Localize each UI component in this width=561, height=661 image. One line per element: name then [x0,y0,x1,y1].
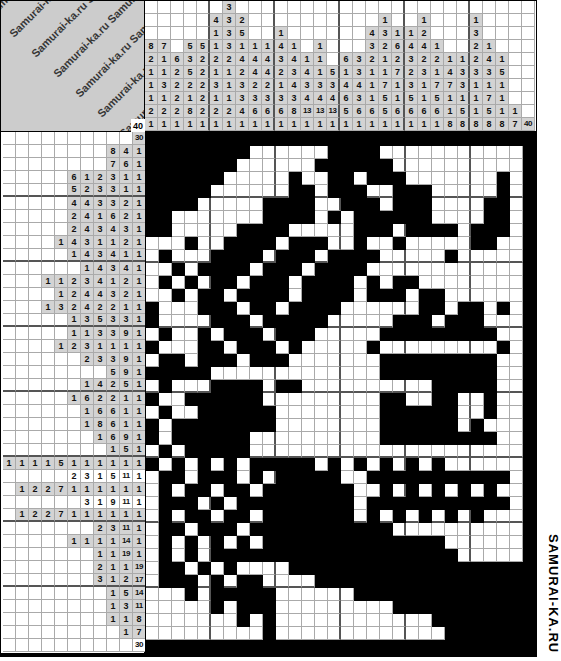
grid-cell-empty[interactable] [224,614,237,627]
grid-cell-filled[interactable] [406,367,419,380]
grid-cell-filled[interactable] [211,380,224,393]
grid-cell-filled[interactable] [159,536,172,549]
grid-cell-empty[interactable] [510,536,523,549]
grid-cell-filled[interactable] [172,471,185,484]
grid-cell-empty[interactable] [393,263,406,276]
grid-cell-empty[interactable] [263,146,276,159]
grid-cell-empty[interactable] [419,627,432,640]
grid-cell-filled[interactable] [484,601,497,614]
grid-cell-empty[interactable] [354,445,367,458]
grid-cell-filled[interactable] [328,185,341,198]
grid-cell-empty[interactable] [471,289,484,302]
grid-cell-filled[interactable] [276,289,289,302]
grid-cell-empty[interactable] [458,198,471,211]
grid-cell-filled[interactable] [276,549,289,562]
grid-cell-filled[interactable] [406,432,419,445]
grid-cell-filled[interactable] [523,445,536,458]
grid-cell-filled[interactable] [263,419,276,432]
grid-cell-filled[interactable] [471,614,484,627]
grid-cell-filled[interactable] [510,627,523,640]
grid-cell-empty[interactable] [146,588,159,601]
grid-cell-filled[interactable] [315,471,328,484]
grid-cell-empty[interactable] [341,406,354,419]
grid-cell-empty[interactable] [497,380,510,393]
grid-cell-filled[interactable] [393,406,406,419]
grid-cell-filled[interactable] [185,393,198,406]
grid-cell-empty[interactable] [367,406,380,419]
grid-cell-empty[interactable] [302,627,315,640]
grid-cell-empty[interactable] [198,276,211,289]
grid-cell-empty[interactable] [341,393,354,406]
grid-cell-filled[interactable] [289,497,302,510]
grid-cell-filled[interactable] [263,224,276,237]
grid-cell-empty[interactable] [471,146,484,159]
grid-cell-empty[interactable] [276,159,289,172]
grid-cell-empty[interactable] [302,419,315,432]
grid-cell-filled[interactable] [341,146,354,159]
grid-cell-filled[interactable] [471,328,484,341]
grid-cell-empty[interactable] [497,510,510,523]
grid-cell-filled[interactable] [484,614,497,627]
grid-cell-empty[interactable] [471,211,484,224]
grid-cell-empty[interactable] [367,237,380,250]
grid-cell-filled[interactable] [328,250,341,263]
grid-cell-filled[interactable] [523,289,536,302]
grid-cell-empty[interactable] [445,536,458,549]
grid-cell-filled[interactable] [523,406,536,419]
grid-cell-empty[interactable] [380,302,393,315]
grid-cell-empty[interactable] [341,354,354,367]
grid-cell-empty[interactable] [263,432,276,445]
grid-cell-filled[interactable] [237,315,250,328]
grid-cell-filled[interactable] [419,198,432,211]
grid-cell-empty[interactable] [458,445,471,458]
grid-cell-empty[interactable] [484,146,497,159]
grid-cell-filled[interactable] [432,614,445,627]
grid-cell-filled[interactable] [393,367,406,380]
grid-cell-empty[interactable] [432,510,445,523]
grid-cell-empty[interactable] [510,393,523,406]
grid-cell-filled[interactable] [211,354,224,367]
grid-cell-filled[interactable] [341,198,354,211]
grid-cell-filled[interactable] [484,237,497,250]
grid-cell-filled[interactable] [237,432,250,445]
grid-cell-filled[interactable] [406,224,419,237]
grid-cell-empty[interactable] [471,263,484,276]
grid-cell-filled[interactable] [406,575,419,588]
grid-cell-empty[interactable] [419,159,432,172]
grid-cell-filled[interactable] [237,406,250,419]
grid-cell-empty[interactable] [250,185,263,198]
grid-cell-empty[interactable] [367,627,380,640]
grid-cell-filled[interactable] [432,575,445,588]
grid-cell-filled[interactable] [458,627,471,640]
grid-cell-filled[interactable] [185,640,198,653]
grid-cell-empty[interactable] [484,263,497,276]
grid-cell-empty[interactable] [445,484,458,497]
grid-cell-empty[interactable] [419,341,432,354]
grid-cell-filled[interactable] [458,133,471,146]
grid-cell-empty[interactable] [172,237,185,250]
grid-cell-empty[interactable] [250,562,263,575]
grid-cell-empty[interactable] [315,250,328,263]
grid-cell-filled[interactable] [484,393,497,406]
grid-cell-filled[interactable] [172,640,185,653]
grid-cell-empty[interactable] [302,380,315,393]
grid-cell-empty[interactable] [367,458,380,471]
grid-cell-filled[interactable] [406,354,419,367]
grid-cell-empty[interactable] [159,614,172,627]
grid-cell-filled[interactable] [224,471,237,484]
grid-cell-filled[interactable] [445,419,458,432]
grid-cell-empty[interactable] [497,276,510,289]
grid-cell-filled[interactable] [445,133,458,146]
grid-cell-empty[interactable] [289,406,302,419]
grid-cell-filled[interactable] [354,185,367,198]
grid-cell-empty[interactable] [146,523,159,536]
grid-cell-filled[interactable] [315,523,328,536]
grid-cell-empty[interactable] [497,263,510,276]
grid-cell-filled[interactable] [289,315,302,328]
grid-cell-filled[interactable] [237,341,250,354]
grid-cell-empty[interactable] [302,393,315,406]
grid-cell-filled[interactable] [393,419,406,432]
grid-cell-empty[interactable] [185,315,198,328]
grid-cell-filled[interactable] [367,224,380,237]
grid-cell-filled[interactable] [406,549,419,562]
grid-cell-empty[interactable] [419,445,432,458]
grid-cell-empty[interactable] [289,588,302,601]
grid-cell-empty[interactable] [354,341,367,354]
grid-cell-filled[interactable] [523,159,536,172]
grid-cell-empty[interactable] [224,575,237,588]
grid-cell-filled[interactable] [406,406,419,419]
grid-cell-empty[interactable] [328,367,341,380]
grid-cell-filled[interactable] [146,302,159,315]
grid-cell-empty[interactable] [510,237,523,250]
grid-cell-filled[interactable] [354,224,367,237]
grid-cell-filled[interactable] [276,354,289,367]
grid-cell-filled[interactable] [172,497,185,510]
grid-cell-empty[interactable] [510,211,523,224]
grid-cell-empty[interactable] [263,185,276,198]
grid-cell-empty[interactable] [445,185,458,198]
grid-cell-filled[interactable] [523,224,536,237]
grid-cell-filled[interactable] [341,510,354,523]
grid-cell-filled[interactable] [172,432,185,445]
grid-cell-empty[interactable] [458,263,471,276]
grid-cell-empty[interactable] [276,367,289,380]
grid-cell-filled[interactable] [458,484,471,497]
grid-cell-empty[interactable] [185,354,198,367]
grid-cell-empty[interactable] [406,445,419,458]
grid-cell-filled[interactable] [406,315,419,328]
grid-cell-filled[interactable] [497,224,510,237]
grid-cell-filled[interactable] [198,302,211,315]
grid-cell-filled[interactable] [263,523,276,536]
grid-cell-empty[interactable] [341,588,354,601]
grid-cell-filled[interactable] [328,159,341,172]
grid-cell-filled[interactable] [523,627,536,640]
grid-cell-empty[interactable] [224,224,237,237]
grid-cell-empty[interactable] [445,341,458,354]
grid-cell-filled[interactable] [471,367,484,380]
grid-cell-filled[interactable] [328,458,341,471]
grid-cell-empty[interactable] [211,510,224,523]
grid-cell-empty[interactable] [315,328,328,341]
grid-cell-filled[interactable] [510,614,523,627]
grid-cell-filled[interactable] [432,354,445,367]
grid-cell-filled[interactable] [419,549,432,562]
grid-cell-empty[interactable] [146,406,159,419]
grid-cell-filled[interactable] [393,575,406,588]
grid-cell-filled[interactable] [367,588,380,601]
grid-cell-empty[interactable] [185,263,198,276]
grid-cell-filled[interactable] [159,471,172,484]
grid-cell-filled[interactable] [237,445,250,458]
grid-cell-empty[interactable] [224,497,237,510]
grid-cell-filled[interactable] [146,341,159,354]
grid-cell-filled[interactable] [211,250,224,263]
grid-cell-filled[interactable] [445,601,458,614]
grid-cell-filled[interactable] [497,627,510,640]
grid-cell-filled[interactable] [523,380,536,393]
grid-cell-empty[interactable] [224,341,237,354]
grid-cell-empty[interactable] [328,419,341,432]
grid-cell-empty[interactable] [406,302,419,315]
grid-cell-filled[interactable] [276,315,289,328]
grid-cell-empty[interactable] [185,601,198,614]
grid-cell-empty[interactable] [276,172,289,185]
grid-cell-filled[interactable] [198,289,211,302]
grid-cell-filled[interactable] [445,614,458,627]
grid-cell-filled[interactable] [146,224,159,237]
grid-cell-filled[interactable] [341,549,354,562]
grid-cell-filled[interactable] [211,419,224,432]
grid-cell-filled[interactable] [276,250,289,263]
grid-cell-empty[interactable] [510,146,523,159]
grid-cell-filled[interactable] [198,640,211,653]
grid-cell-empty[interactable] [237,159,250,172]
grid-cell-empty[interactable] [510,354,523,367]
grid-cell-empty[interactable] [393,224,406,237]
grid-cell-filled[interactable] [198,432,211,445]
grid-cell-empty[interactable] [393,146,406,159]
grid-cell-empty[interactable] [380,315,393,328]
grid-cell-empty[interactable] [302,263,315,276]
grid-cell-empty[interactable] [315,172,328,185]
grid-cell-filled[interactable] [471,224,484,237]
grid-cell-empty[interactable] [250,510,263,523]
grid-cell-empty[interactable] [484,523,497,536]
grid-cell-filled[interactable] [432,406,445,419]
grid-cell-filled[interactable] [237,549,250,562]
grid-cell-empty[interactable] [315,341,328,354]
grid-cell-filled[interactable] [354,250,367,263]
grid-cell-filled[interactable] [159,497,172,510]
grid-cell-filled[interactable] [263,406,276,419]
grid-cell-filled[interactable] [510,588,523,601]
grid-cell-empty[interactable] [211,224,224,237]
grid-cell-filled[interactable] [198,406,211,419]
grid-cell-empty[interactable] [185,523,198,536]
grid-cell-filled[interactable] [198,393,211,406]
grid-cell-filled[interactable] [159,575,172,588]
grid-cell-filled[interactable] [198,484,211,497]
grid-cell-filled[interactable] [393,315,406,328]
grid-cell-filled[interactable] [484,211,497,224]
grid-cell-filled[interactable] [523,549,536,562]
grid-cell-filled[interactable] [289,185,302,198]
grid-cell-filled[interactable] [406,601,419,614]
grid-cell-filled[interactable] [276,497,289,510]
grid-cell-filled[interactable] [354,211,367,224]
grid-cell-filled[interactable] [432,393,445,406]
grid-cell-filled[interactable] [328,471,341,484]
grid-cell-filled[interactable] [432,380,445,393]
grid-cell-empty[interactable] [289,627,302,640]
grid-cell-empty[interactable] [354,497,367,510]
grid-cell-filled[interactable] [393,198,406,211]
grid-cell-empty[interactable] [289,575,302,588]
grid-cell-empty[interactable] [237,172,250,185]
grid-cell-empty[interactable] [458,146,471,159]
grid-cell-filled[interactable] [224,263,237,276]
grid-cell-filled[interactable] [445,328,458,341]
grid-cell-filled[interactable] [380,354,393,367]
grid-cell-filled[interactable] [432,367,445,380]
grid-cell-filled[interactable] [302,276,315,289]
grid-cell-filled[interactable] [172,263,185,276]
grid-cell-filled[interactable] [458,315,471,328]
grid-cell-filled[interactable] [224,133,237,146]
grid-cell-empty[interactable] [185,224,198,237]
grid-cell-empty[interactable] [146,380,159,393]
grid-cell-filled[interactable] [510,640,523,653]
grid-cell-empty[interactable] [237,185,250,198]
grid-cell-empty[interactable] [432,211,445,224]
grid-cell-empty[interactable] [315,601,328,614]
grid-cell-empty[interactable] [445,445,458,458]
grid-cell-filled[interactable] [484,497,497,510]
grid-cell-filled[interactable] [198,328,211,341]
grid-cell-filled[interactable] [146,185,159,198]
grid-cell-filled[interactable] [497,562,510,575]
grid-cell-empty[interactable] [276,237,289,250]
grid-cell-empty[interactable] [458,289,471,302]
grid-cell-empty[interactable] [471,393,484,406]
grid-cell-filled[interactable] [211,471,224,484]
grid-cell-filled[interactable] [328,549,341,562]
grid-cell-empty[interactable] [172,276,185,289]
grid-cell-filled[interactable] [159,328,172,341]
grid-cell-empty[interactable] [510,367,523,380]
grid-cell-filled[interactable] [302,250,315,263]
grid-cell-empty[interactable] [484,302,497,315]
grid-cell-empty[interactable] [302,601,315,614]
grid-cell-filled[interactable] [497,588,510,601]
grid-cell-filled[interactable] [445,380,458,393]
grid-cell-filled[interactable] [510,562,523,575]
grid-cell-filled[interactable] [328,302,341,315]
grid-cell-filled[interactable] [276,523,289,536]
grid-cell-filled[interactable] [458,562,471,575]
grid-cell-filled[interactable] [159,484,172,497]
grid-cell-empty[interactable] [315,367,328,380]
grid-cell-filled[interactable] [341,185,354,198]
grid-cell-filled[interactable] [224,445,237,458]
grid-cell-filled[interactable] [380,588,393,601]
grid-cell-empty[interactable] [406,237,419,250]
grid-cell-filled[interactable] [406,133,419,146]
grid-cell-filled[interactable] [289,471,302,484]
grid-cell-empty[interactable] [315,146,328,159]
grid-cell-filled[interactable] [289,172,302,185]
grid-cell-filled[interactable] [263,302,276,315]
grid-cell-filled[interactable] [380,133,393,146]
grid-cell-filled[interactable] [328,172,341,185]
grid-cell-empty[interactable] [445,146,458,159]
grid-cell-filled[interactable] [263,601,276,614]
grid-cell-empty[interactable] [146,263,159,276]
grid-cell-empty[interactable] [380,250,393,263]
grid-cell-filled[interactable] [172,458,185,471]
grid-cell-empty[interactable] [354,393,367,406]
grid-cell-filled[interactable] [354,523,367,536]
grid-cell-empty[interactable] [289,614,302,627]
grid-cell-empty[interactable] [185,328,198,341]
grid-cell-filled[interactable] [471,601,484,614]
grid-cell-filled[interactable] [367,211,380,224]
grid-cell-empty[interactable] [471,445,484,458]
grid-cell-filled[interactable] [445,406,458,419]
grid-cell-empty[interactable] [419,484,432,497]
grid-cell-filled[interactable] [146,133,159,146]
grid-cell-filled[interactable] [458,432,471,445]
grid-cell-empty[interactable] [471,250,484,263]
grid-cell-empty[interactable] [159,341,172,354]
grid-cell-empty[interactable] [185,380,198,393]
grid-cell-filled[interactable] [211,601,224,614]
grid-cell-filled[interactable] [523,640,536,653]
grid-cell-empty[interactable] [432,315,445,328]
grid-cell-filled[interactable] [263,289,276,302]
grid-cell-empty[interactable] [380,276,393,289]
grid-cell-filled[interactable] [419,471,432,484]
grid-cell-empty[interactable] [276,146,289,159]
grid-cell-empty[interactable] [315,588,328,601]
grid-cell-filled[interactable] [419,510,432,523]
grid-cell-filled[interactable] [289,458,302,471]
grid-cell-empty[interactable] [328,445,341,458]
grid-cell-empty[interactable] [432,445,445,458]
grid-cell-empty[interactable] [328,393,341,406]
grid-cell-empty[interactable] [393,627,406,640]
grid-cell-empty[interactable] [341,315,354,328]
grid-cell-filled[interactable] [380,211,393,224]
grid-cell-empty[interactable] [224,601,237,614]
grid-cell-filled[interactable] [484,484,497,497]
grid-cell-filled[interactable] [211,588,224,601]
grid-cell-empty[interactable] [302,354,315,367]
grid-cell-filled[interactable] [211,263,224,276]
grid-cell-empty[interactable] [484,172,497,185]
grid-cell-empty[interactable] [445,172,458,185]
grid-cell-filled[interactable] [419,354,432,367]
grid-cell-filled[interactable] [497,185,510,198]
grid-cell-empty[interactable] [432,198,445,211]
grid-cell-filled[interactable] [224,302,237,315]
